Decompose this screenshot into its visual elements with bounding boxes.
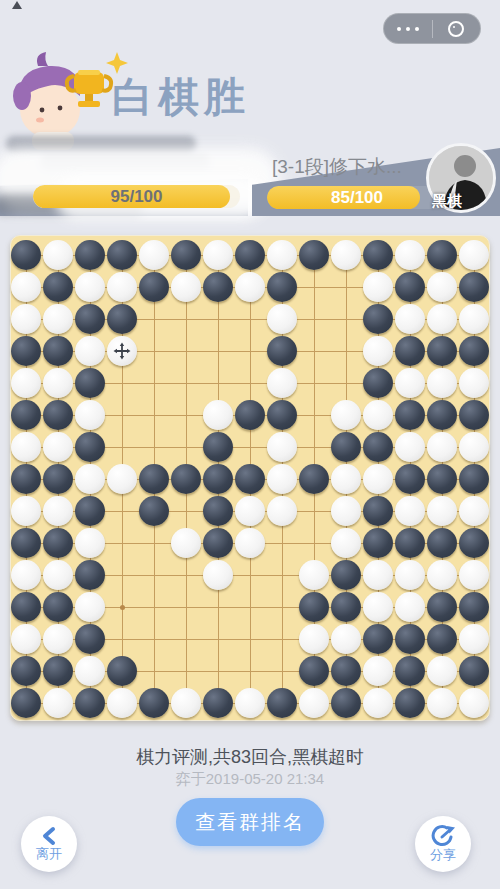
stone-black: [459, 592, 489, 622]
more-button[interactable]: [384, 14, 432, 43]
stone-black: [299, 592, 329, 622]
stone-white: [395, 592, 425, 622]
share-label: 分享: [430, 846, 456, 864]
stone-white: [171, 272, 201, 302]
stone-black: [11, 400, 41, 430]
stone-black: [459, 528, 489, 558]
leave-button[interactable]: 离开: [21, 816, 77, 872]
stone-black: [43, 592, 73, 622]
stone-white: [427, 368, 457, 398]
last-move-cursor-icon: [112, 341, 132, 361]
stone-white: [363, 560, 393, 590]
stone-white: [267, 304, 297, 334]
stone-black: [331, 592, 361, 622]
stone-white: [43, 240, 73, 270]
stone-black: [11, 592, 41, 622]
stone-white: [43, 368, 73, 398]
stone-black: [395, 528, 425, 558]
stone-white: [363, 272, 393, 302]
stone-white: [75, 464, 105, 494]
share-button[interactable]: 分享: [415, 816, 471, 872]
stone-black: [267, 272, 297, 302]
stone-black: [11, 336, 41, 366]
white-score-bar: 95/100: [33, 185, 240, 208]
stone-white: [395, 368, 425, 398]
stone-black: [299, 464, 329, 494]
stone-white: [267, 240, 297, 270]
stone-white: [395, 240, 425, 270]
stone-black: [43, 336, 73, 366]
stone-white: [459, 368, 489, 398]
star-point: [120, 605, 125, 610]
stone-black: [459, 656, 489, 686]
black-score-text: 85/100: [267, 188, 447, 208]
stone-white: [459, 496, 489, 526]
stone-white: [171, 688, 201, 718]
stone-black: [139, 496, 169, 526]
stone-white: [331, 496, 361, 526]
stone-white: [107, 272, 137, 302]
stone-white: [11, 272, 41, 302]
stone-black: [107, 656, 137, 686]
stone-white: [107, 464, 137, 494]
game-date-text: 弈于2019-05-20 21:34: [0, 770, 500, 789]
stone-white: [43, 688, 73, 718]
stone-black: [427, 240, 457, 270]
close-button[interactable]: [433, 14, 481, 43]
stone-black: [75, 496, 105, 526]
stone-white: [11, 560, 41, 590]
stone-white: [363, 336, 393, 366]
stone-white: [427, 496, 457, 526]
black-player-name: [3-1段]修下水...: [272, 154, 442, 180]
stone-black: [363, 368, 393, 398]
stone-black: [395, 400, 425, 430]
more-dots-icon: [406, 27, 410, 31]
stone-white: [267, 368, 297, 398]
more-dots-icon: [415, 27, 419, 31]
stone-white: [395, 304, 425, 334]
stone-black: [331, 688, 361, 718]
stone-white: [459, 560, 489, 590]
stone-white: [11, 368, 41, 398]
stone-black: [395, 336, 425, 366]
stone-white: [459, 688, 489, 718]
stone-black: [395, 688, 425, 718]
stone-white: [459, 624, 489, 654]
stone-black: [459, 464, 489, 494]
stone-black: [75, 304, 105, 334]
stone-black: [203, 688, 233, 718]
stone-white: [331, 240, 361, 270]
stone-white: [75, 528, 105, 558]
stone-white: [235, 272, 265, 302]
stone-black: [11, 464, 41, 494]
more-dots-icon: [397, 27, 401, 31]
stone-black: [43, 272, 73, 302]
stone-white: [427, 432, 457, 462]
stone-black: [11, 656, 41, 686]
stone-black: [299, 656, 329, 686]
stone-black: [43, 528, 73, 558]
stone-black: [43, 400, 73, 430]
stone-black: [363, 304, 393, 334]
black-score-bar: 85/100: [267, 186, 447, 209]
stone-black: [107, 240, 137, 270]
stone-white: [75, 592, 105, 622]
stone-white: [363, 656, 393, 686]
share-icon: [430, 825, 456, 847]
result-title: 白棋胜: [112, 70, 250, 125]
stone-white: [43, 304, 73, 334]
stone-black: [107, 304, 137, 334]
stone-white: [299, 688, 329, 718]
stone-black: [395, 624, 425, 654]
stone-white: [395, 560, 425, 590]
stone-white: [203, 560, 233, 590]
stone-black: [267, 688, 297, 718]
stone-white: [395, 496, 425, 526]
stone-white: [267, 432, 297, 462]
stone-black: [299, 240, 329, 270]
stone-white: [459, 304, 489, 334]
stone-black: [235, 400, 265, 430]
stone-white: [459, 432, 489, 462]
stone-white: [11, 432, 41, 462]
stone-white: [107, 336, 137, 366]
stone-black: [427, 464, 457, 494]
stone-white: [299, 624, 329, 654]
stone-white: [107, 688, 137, 718]
stone-white: [427, 304, 457, 334]
stone-white: [11, 624, 41, 654]
stone-black: [427, 624, 457, 654]
stone-black: [11, 528, 41, 558]
black-side-badge: 黑棋: [432, 192, 462, 211]
stone-white: [267, 464, 297, 494]
stone-white: [75, 272, 105, 302]
stone-white: [363, 400, 393, 430]
stone-black: [171, 464, 201, 494]
stone-black: [363, 624, 393, 654]
stone-black: [395, 656, 425, 686]
stone-white: [235, 688, 265, 718]
stone-black: [427, 528, 457, 558]
stone-white: [203, 400, 233, 430]
stone-white: [459, 240, 489, 270]
stone-black: [267, 336, 297, 366]
stone-white: [43, 496, 73, 526]
stone-black: [139, 272, 169, 302]
stone-white: [299, 560, 329, 590]
stone-black: [459, 336, 489, 366]
stone-black: [203, 496, 233, 526]
stone-black: [75, 368, 105, 398]
capsule-circle-icon: [448, 21, 464, 37]
white-score-text: 95/100: [33, 187, 240, 207]
stone-black: [363, 432, 393, 462]
stone-black: [203, 272, 233, 302]
stone-black: [331, 656, 361, 686]
view-group-ranking-button[interactable]: 查看群排名: [176, 798, 324, 846]
leave-label: 离开: [36, 845, 62, 863]
stone-black: [139, 464, 169, 494]
stone-black: [203, 432, 233, 462]
stone-white: [363, 592, 393, 622]
stone-black: [203, 528, 233, 558]
stone-black: [331, 560, 361, 590]
stone-white: [43, 624, 73, 654]
stone-black: [427, 400, 457, 430]
stone-black: [75, 240, 105, 270]
stone-white: [427, 560, 457, 590]
stone-black: [75, 560, 105, 590]
stone-white: [171, 528, 201, 558]
stone-white: [139, 240, 169, 270]
stone-white: [363, 688, 393, 718]
stone-black: [171, 240, 201, 270]
stone-white: [363, 464, 393, 494]
stone-black: [427, 336, 457, 366]
stone-black: [235, 464, 265, 494]
stone-black: [11, 688, 41, 718]
stone-white: [331, 464, 361, 494]
stone-white: [75, 400, 105, 430]
stone-white: [43, 432, 73, 462]
stone-white: [395, 432, 425, 462]
stone-black: [75, 688, 105, 718]
stone-black: [395, 272, 425, 302]
stone-white: [203, 240, 233, 270]
stone-black: [363, 528, 393, 558]
stone-black: [43, 464, 73, 494]
stone-white: [75, 656, 105, 686]
stone-white: [11, 496, 41, 526]
stone-black: [267, 400, 297, 430]
stone-white: [11, 304, 41, 334]
stone-black: [363, 240, 393, 270]
stone-white: [427, 688, 457, 718]
stone-black: [75, 624, 105, 654]
stone-white: [427, 656, 457, 686]
stone-black: [11, 240, 41, 270]
stone-white: [43, 560, 73, 590]
stone-white: [331, 624, 361, 654]
go-board[interactable]: [10, 235, 490, 721]
stone-white: [235, 528, 265, 558]
stone-white: [331, 400, 361, 430]
stone-black: [235, 240, 265, 270]
status-signal-icon: [12, 1, 22, 9]
stone-black: [395, 464, 425, 494]
stone-white: [267, 496, 297, 526]
stone-black: [459, 400, 489, 430]
stone-black: [139, 688, 169, 718]
stone-white: [75, 336, 105, 366]
back-chevron-icon: [40, 826, 58, 846]
stone-black: [203, 464, 233, 494]
stone-black: [331, 432, 361, 462]
stone-white: [331, 528, 361, 558]
stone-white: [235, 496, 265, 526]
stone-black: [75, 432, 105, 462]
stone-black: [459, 272, 489, 302]
stone-white: [427, 272, 457, 302]
stone-black: [427, 592, 457, 622]
game-summary-text: 棋力评测,共83回合,黑棋超时: [0, 745, 500, 769]
stone-black: [43, 656, 73, 686]
miniprogram-capsule: [383, 13, 481, 44]
stone-black: [363, 496, 393, 526]
